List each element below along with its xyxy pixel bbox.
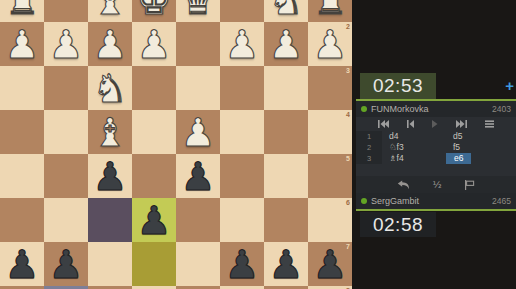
square-h7[interactable]: ♟ [0, 242, 44, 286]
square-h4[interactable] [0, 110, 44, 154]
rank-label-7: 7 [346, 243, 350, 250]
move-row: 1 d4 d5 [356, 131, 516, 142]
bottom-player-rating: 2465 [492, 196, 511, 206]
square-d7[interactable] [176, 242, 220, 286]
square-c1[interactable] [220, 0, 264, 22]
piece-white-pawn[interactable]: ♟ [88, 22, 132, 66]
square-e2[interactable]: ♟ [132, 22, 176, 66]
square-e4[interactable] [132, 110, 176, 154]
give-time-button[interactable]: + [505, 78, 514, 93]
square-f2[interactable]: ♟ [88, 22, 132, 66]
game-actions-bar: ½ [356, 176, 516, 193]
square-f1[interactable]: ♝ [88, 0, 132, 22]
square-g3[interactable] [44, 66, 88, 110]
piece-black-pawn[interactable]: ♟ [44, 242, 88, 286]
rank-label-5: 5 [346, 155, 350, 162]
first-move-icon[interactable] [378, 120, 389, 128]
top-player-bar: FUNMorkovka 2403 [356, 101, 516, 117]
square-c5[interactable] [220, 154, 264, 198]
top-player-clock: 02:53 [360, 73, 436, 99]
bottom-player-clock: 02:58 [360, 212, 436, 237]
top-player-name[interactable]: FUNMorkovka [371, 104, 429, 114]
piece-white-bishop[interactable]: ♝ [88, 110, 132, 154]
move-number: 3 [356, 153, 382, 164]
square-h1[interactable]: ♜ [0, 0, 44, 22]
square-g2[interactable]: ♟ [44, 22, 88, 66]
move-number: 1 [356, 131, 382, 142]
square-e3[interactable] [132, 66, 176, 110]
rank-label-6: 6 [346, 199, 350, 206]
game-screen: ♜♝♚♛♞♜♟♟♟♟♟♟♟2♞3♝♟4♟♟5♟6♟♟♟♟♟7♜♞♝♚♛♝♞♜8 … [0, 0, 516, 289]
previous-move-icon[interactable] [407, 120, 414, 128]
square-a1[interactable]: ♜ [308, 0, 352, 22]
square-a7[interactable]: ♟7 [308, 242, 352, 286]
bottom-player-bar: SergGambit 2465 [356, 193, 516, 209]
square-a5[interactable]: 5 [308, 154, 352, 198]
piece-white-rook[interactable]: ♜ [308, 0, 352, 22]
move-number: 2 [356, 142, 382, 153]
square-d4[interactable]: ♟ [176, 110, 220, 154]
piece-black-pawn[interactable]: ♟ [0, 242, 44, 286]
takeback-icon[interactable] [397, 180, 410, 190]
square-c7[interactable]: ♟ [220, 242, 264, 286]
piece-white-pawn[interactable]: ♟ [0, 22, 44, 66]
online-dot [361, 106, 367, 112]
square-b2[interactable]: ♟ [264, 22, 308, 66]
next-move-icon[interactable] [432, 120, 438, 128]
resign-flag-icon[interactable] [464, 180, 475, 190]
move-1-black[interactable]: d5 [446, 131, 516, 142]
piece-white-pawn[interactable]: ♟ [132, 22, 176, 66]
rank-label-3: 3 [346, 67, 350, 74]
square-b6[interactable] [264, 198, 308, 242]
piece-black-pawn[interactable]: ♟ [88, 154, 132, 198]
bottom-clock-row: 02:58 [356, 212, 516, 237]
square-g1[interactable] [44, 0, 88, 22]
square-d6[interactable] [176, 198, 220, 242]
piece-white-queen[interactable]: ♛ [176, 0, 220, 22]
square-b1[interactable]: ♞ [264, 0, 308, 22]
square-f3[interactable]: ♞ [88, 66, 132, 110]
square-f5[interactable]: ♟ [88, 154, 132, 198]
top-clock-row: 02:53 + [356, 73, 516, 99]
square-g6[interactable] [44, 198, 88, 242]
piece-black-pawn[interactable]: ♟ [264, 242, 308, 286]
draw-half-icon[interactable]: ½ [432, 179, 441, 190]
move-3-black[interactable]: e6 [446, 153, 516, 164]
square-d3[interactable] [176, 66, 220, 110]
square-b7[interactable]: ♟ [264, 242, 308, 286]
selected-move[interactable]: e6 [446, 153, 471, 164]
square-a2[interactable]: ♟2 [308, 22, 352, 66]
bottom-player-name[interactable]: SergGambit [371, 196, 419, 206]
piece-black-pawn[interactable]: ♟ [132, 198, 176, 242]
square-b3[interactable] [264, 66, 308, 110]
square-g5[interactable] [44, 154, 88, 198]
move-3-white[interactable]: ♗f4 [382, 153, 446, 164]
last-move-icon[interactable] [456, 120, 467, 128]
piece-white-bishop[interactable]: ♝ [88, 0, 132, 22]
square-h2[interactable]: ♟ [0, 22, 44, 66]
move-2-white[interactable]: ♘f3 [382, 142, 446, 153]
square-f4[interactable]: ♝ [88, 110, 132, 154]
move-row: 2 ♘f3 f5 [356, 142, 516, 153]
piece-black-pawn[interactable]: ♟ [176, 154, 220, 198]
square-e6[interactable]: ♟ [132, 198, 176, 242]
square-a6[interactable]: 6 [308, 198, 352, 242]
square-f6[interactable] [88, 198, 132, 242]
move-2-black[interactable]: f5 [446, 142, 516, 153]
square-f7[interactable] [88, 242, 132, 286]
chess-board: ♜♝♚♛♞♜♟♟♟♟♟♟♟2♞3♝♟4♟♟5♟6♟♟♟♟♟7♜♞♝♚♛♝♞♜8 [0, 0, 352, 289]
rank-label-2: 2 [346, 23, 350, 30]
sidebar: 02:53 + FUNMorkovka 2403 1 d4 d5 2 ♘f3 [352, 0, 516, 289]
square-c2[interactable]: ♟ [220, 22, 264, 66]
clock-divider-bottom [356, 209, 516, 211]
piece-white-rook[interactable]: ♜ [0, 0, 44, 22]
square-h3[interactable] [0, 66, 44, 110]
piece-white-knight[interactable]: ♞ [264, 0, 308, 22]
piece-white-pawn[interactable]: ♟ [44, 22, 88, 66]
piece-white-king[interactable]: ♚ [132, 0, 176, 22]
square-h5[interactable] [0, 154, 44, 198]
square-e7[interactable] [132, 242, 176, 286]
square-d2[interactable] [176, 22, 220, 66]
square-b4[interactable] [264, 110, 308, 154]
piece-white-pawn[interactable]: ♟ [220, 22, 264, 66]
top-player-rating: 2403 [492, 104, 511, 114]
square-a4[interactable]: 4 [308, 110, 352, 154]
online-dot [361, 198, 367, 204]
move-nav-bar [356, 117, 516, 131]
square-e5[interactable] [132, 154, 176, 198]
piece-white-pawn[interactable]: ♟ [264, 22, 308, 66]
square-e1[interactable]: ♚ [132, 0, 176, 22]
rank-label-4: 4 [346, 111, 350, 118]
square-c4[interactable] [220, 110, 264, 154]
piece-black-pawn[interactable]: ♟ [220, 242, 264, 286]
move-list: 1 d4 d5 2 ♘f3 f5 3 ♗f4 e6 [356, 131, 516, 176]
square-b5[interactable] [264, 154, 308, 198]
square-h6[interactable] [0, 198, 44, 242]
square-g4[interactable] [44, 110, 88, 154]
piece-white-pawn[interactable]: ♟ [176, 110, 220, 154]
move-row: 3 ♗f4 e6 [356, 153, 516, 164]
sidebar-spacer [356, 0, 516, 73]
menu-icon[interactable] [485, 120, 494, 128]
square-a3[interactable]: 3 [308, 66, 352, 110]
square-d5[interactable]: ♟ [176, 154, 220, 198]
piece-white-knight[interactable]: ♞ [88, 66, 132, 110]
square-c3[interactable] [220, 66, 264, 110]
square-c6[interactable] [220, 198, 264, 242]
sidebar-bottom-space [356, 237, 516, 289]
square-g7[interactable]: ♟ [44, 242, 88, 286]
move-1-white[interactable]: d4 [382, 131, 446, 142]
square-d1[interactable]: ♛ [176, 0, 220, 22]
board-viewport: ♜♝♚♛♞♜♟♟♟♟♟♟♟2♞3♝♟4♟♟5♟6♟♟♟♟♟7♜♞♝♚♛♝♞♜8 [0, 0, 352, 289]
